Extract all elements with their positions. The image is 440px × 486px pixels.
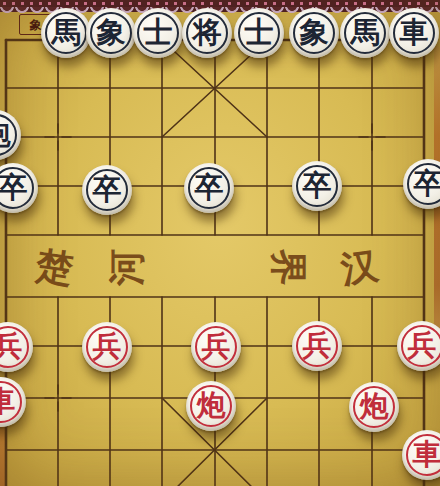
piece-glyph: 卒 (303, 171, 332, 200)
piece-glyph: 炮 (360, 392, 389, 421)
piece-black-chariot[interactable]: 車 (389, 8, 439, 58)
piece-glyph: 士 (144, 18, 173, 47)
piece-red-soldier[interactable]: 兵 (82, 322, 132, 372)
piece-black-advisor[interactable]: 士 (133, 8, 183, 58)
piece-glyph: 卒 (93, 175, 122, 204)
piece-glyph: 兵 (408, 331, 437, 360)
piece-black-horse[interactable]: 馬 (340, 8, 390, 58)
piece-glyph: 士 (245, 18, 274, 47)
piece-black-soldier[interactable]: 卒 (82, 165, 132, 215)
piece-glyph: 馬 (351, 18, 380, 47)
piece-glyph: 炮 (197, 391, 226, 420)
piece-black-advisor[interactable]: 士 (234, 8, 284, 58)
piece-glyph: 車 (400, 18, 429, 47)
piece-glyph: 車 (0, 387, 16, 416)
piece-black-elephant[interactable]: 象 (86, 8, 136, 58)
piece-black-elephant[interactable]: 象 (289, 8, 339, 58)
piece-glyph: 兵 (303, 331, 332, 360)
piece-red-cannon[interactable]: 炮 (349, 382, 399, 432)
piece-glyph: 兵 (93, 332, 122, 361)
piece-red-soldier[interactable]: 兵 (191, 322, 241, 372)
piece-glyph: 馬 (52, 18, 81, 47)
river-character: 河 (108, 249, 145, 286)
xiangqi-board-photo: 象棋 楚河界汉馬象士将士象馬車砲卒卒卒卒卒兵兵兵兵兵車炮炮車 (0, 0, 440, 486)
piece-glyph: 将 (193, 18, 222, 47)
piece-glyph: 象 (97, 18, 126, 47)
river-character: 界 (270, 249, 307, 286)
piece-red-cannon[interactable]: 炮 (186, 381, 236, 431)
piece-glyph: 兵 (202, 332, 231, 361)
piece-glyph: 車 (413, 440, 440, 469)
river-character: 汉 (339, 247, 381, 289)
piece-red-soldier[interactable]: 兵 (292, 321, 342, 371)
piece-black-horse[interactable]: 馬 (41, 8, 91, 58)
piece-glyph: 卒 (195, 173, 224, 202)
piece-glyph: 砲 (0, 120, 11, 149)
piece-black-general[interactable]: 将 (182, 8, 232, 58)
piece-red-soldier[interactable]: 兵 (397, 321, 440, 371)
piece-glyph: 卒 (0, 173, 28, 202)
piece-glyph: 象 (300, 18, 329, 47)
piece-black-soldier[interactable]: 卒 (292, 161, 342, 211)
piece-glyph: 卒 (414, 169, 440, 198)
piece-glyph: 兵 (0, 332, 23, 361)
piece-black-soldier[interactable]: 卒 (184, 163, 234, 213)
river-character: 楚 (34, 247, 76, 289)
